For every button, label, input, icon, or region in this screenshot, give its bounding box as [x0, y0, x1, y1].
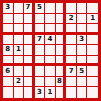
- cell-r8c1[interactable]: [3, 77, 14, 88]
- cell-r4c1[interactable]: [3, 35, 14, 46]
- cell-r4c6[interactable]: [56, 35, 67, 46]
- cell-r4c9[interactable]: [87, 35, 98, 46]
- cell-r8c3[interactable]: [24, 77, 35, 88]
- cell-r3c5[interactable]: [45, 24, 56, 35]
- cell-r5c6[interactable]: [56, 45, 67, 56]
- cell-r8c4[interactable]: [35, 77, 46, 88]
- cell-r2c6[interactable]: [56, 14, 67, 25]
- cell-r1c7[interactable]: [66, 3, 77, 14]
- cell-r4c5[interactable]: 4: [45, 35, 56, 46]
- cell-r8c9[interactable]: [87, 77, 98, 88]
- cell-r9c1[interactable]: [3, 87, 14, 98]
- cell-r2c7[interactable]: 2: [66, 14, 77, 25]
- cell-r1c4[interactable]: 5: [35, 3, 46, 14]
- cell-r6c7[interactable]: [66, 56, 77, 67]
- cell-r9c7[interactable]: [66, 87, 77, 98]
- cell-r6c8[interactable]: [77, 56, 88, 67]
- cell-r2c8[interactable]: [77, 14, 88, 25]
- cell-r3c2[interactable]: [14, 24, 25, 35]
- cell-r7c2[interactable]: [14, 66, 25, 77]
- cell-r3c6[interactable]: [56, 24, 67, 35]
- cell-r1c3[interactable]: 7: [24, 3, 35, 14]
- cell-r6c3[interactable]: [24, 56, 35, 67]
- cell-r5c4[interactable]: [35, 45, 46, 56]
- cell-r9c4[interactable]: 3: [35, 87, 46, 98]
- cell-r7c7[interactable]: 7: [66, 66, 77, 77]
- cell-r2c5[interactable]: [45, 14, 56, 25]
- cell-r5c7[interactable]: [66, 45, 77, 56]
- cell-r5c1[interactable]: 8: [3, 45, 14, 56]
- cell-r5c2[interactable]: 1: [14, 45, 25, 56]
- cell-r9c2[interactable]: [14, 87, 25, 98]
- cell-r1c2[interactable]: [14, 3, 25, 14]
- cell-r7c5[interactable]: [45, 66, 56, 77]
- cell-r6c4[interactable]: [35, 56, 46, 67]
- cell-r2c3[interactable]: [24, 14, 35, 25]
- cell-r9c9[interactable]: [87, 87, 98, 98]
- cell-r6c2[interactable]: [14, 56, 25, 67]
- cell-r9c5[interactable]: 1: [45, 87, 56, 98]
- cell-r2c9[interactable]: 1: [87, 14, 98, 25]
- cell-r1c1[interactable]: 3: [3, 3, 14, 14]
- cell-r4c7[interactable]: [66, 35, 77, 46]
- cell-r8c7[interactable]: [66, 77, 77, 88]
- cell-r7c6[interactable]: [56, 66, 67, 77]
- cell-r4c3[interactable]: [24, 35, 35, 46]
- cell-r1c5[interactable]: [45, 3, 56, 14]
- cell-r7c8[interactable]: 5: [77, 66, 88, 77]
- cell-r5c5[interactable]: [45, 45, 56, 56]
- cell-r3c1[interactable]: [3, 24, 14, 35]
- cell-r2c1[interactable]: [3, 14, 14, 25]
- cell-r4c2[interactable]: [14, 35, 25, 46]
- cell-r4c4[interactable]: 7: [35, 35, 46, 46]
- cell-r3c4[interactable]: [35, 24, 46, 35]
- cell-r2c2[interactable]: [14, 14, 25, 25]
- cell-r8c2[interactable]: 2: [14, 77, 25, 88]
- cell-r2c4[interactable]: [35, 14, 46, 25]
- cell-r3c9[interactable]: [87, 24, 98, 35]
- cell-r3c8[interactable]: [77, 24, 88, 35]
- cell-r5c9[interactable]: [87, 45, 98, 56]
- cell-r7c4[interactable]: [35, 66, 46, 77]
- cell-r3c3[interactable]: [24, 24, 35, 35]
- cell-r7c9[interactable]: [87, 66, 98, 77]
- sudoku-board: 37521743816752831: [0, 0, 101, 101]
- cell-r7c1[interactable]: 6: [3, 66, 14, 77]
- cell-r8c6[interactable]: 8: [56, 77, 67, 88]
- cell-r5c3[interactable]: [24, 45, 35, 56]
- cell-r3c7[interactable]: [66, 24, 77, 35]
- cell-r6c1[interactable]: [3, 56, 14, 67]
- cell-r8c8[interactable]: [77, 77, 88, 88]
- cell-r6c5[interactable]: [45, 56, 56, 67]
- cell-r5c8[interactable]: [77, 45, 88, 56]
- cell-r9c8[interactable]: [77, 87, 88, 98]
- cell-r9c3[interactable]: [24, 87, 35, 98]
- cell-r1c6[interactable]: [56, 3, 67, 14]
- cell-r4c8[interactable]: 3: [77, 35, 88, 46]
- cell-r1c8[interactable]: [77, 3, 88, 14]
- cell-r6c6[interactable]: [56, 56, 67, 67]
- cell-r1c9[interactable]: [87, 3, 98, 14]
- cell-r8c5[interactable]: [45, 77, 56, 88]
- cell-r7c3[interactable]: [24, 66, 35, 77]
- cell-r6c9[interactable]: [87, 56, 98, 67]
- cell-r9c6[interactable]: [56, 87, 67, 98]
